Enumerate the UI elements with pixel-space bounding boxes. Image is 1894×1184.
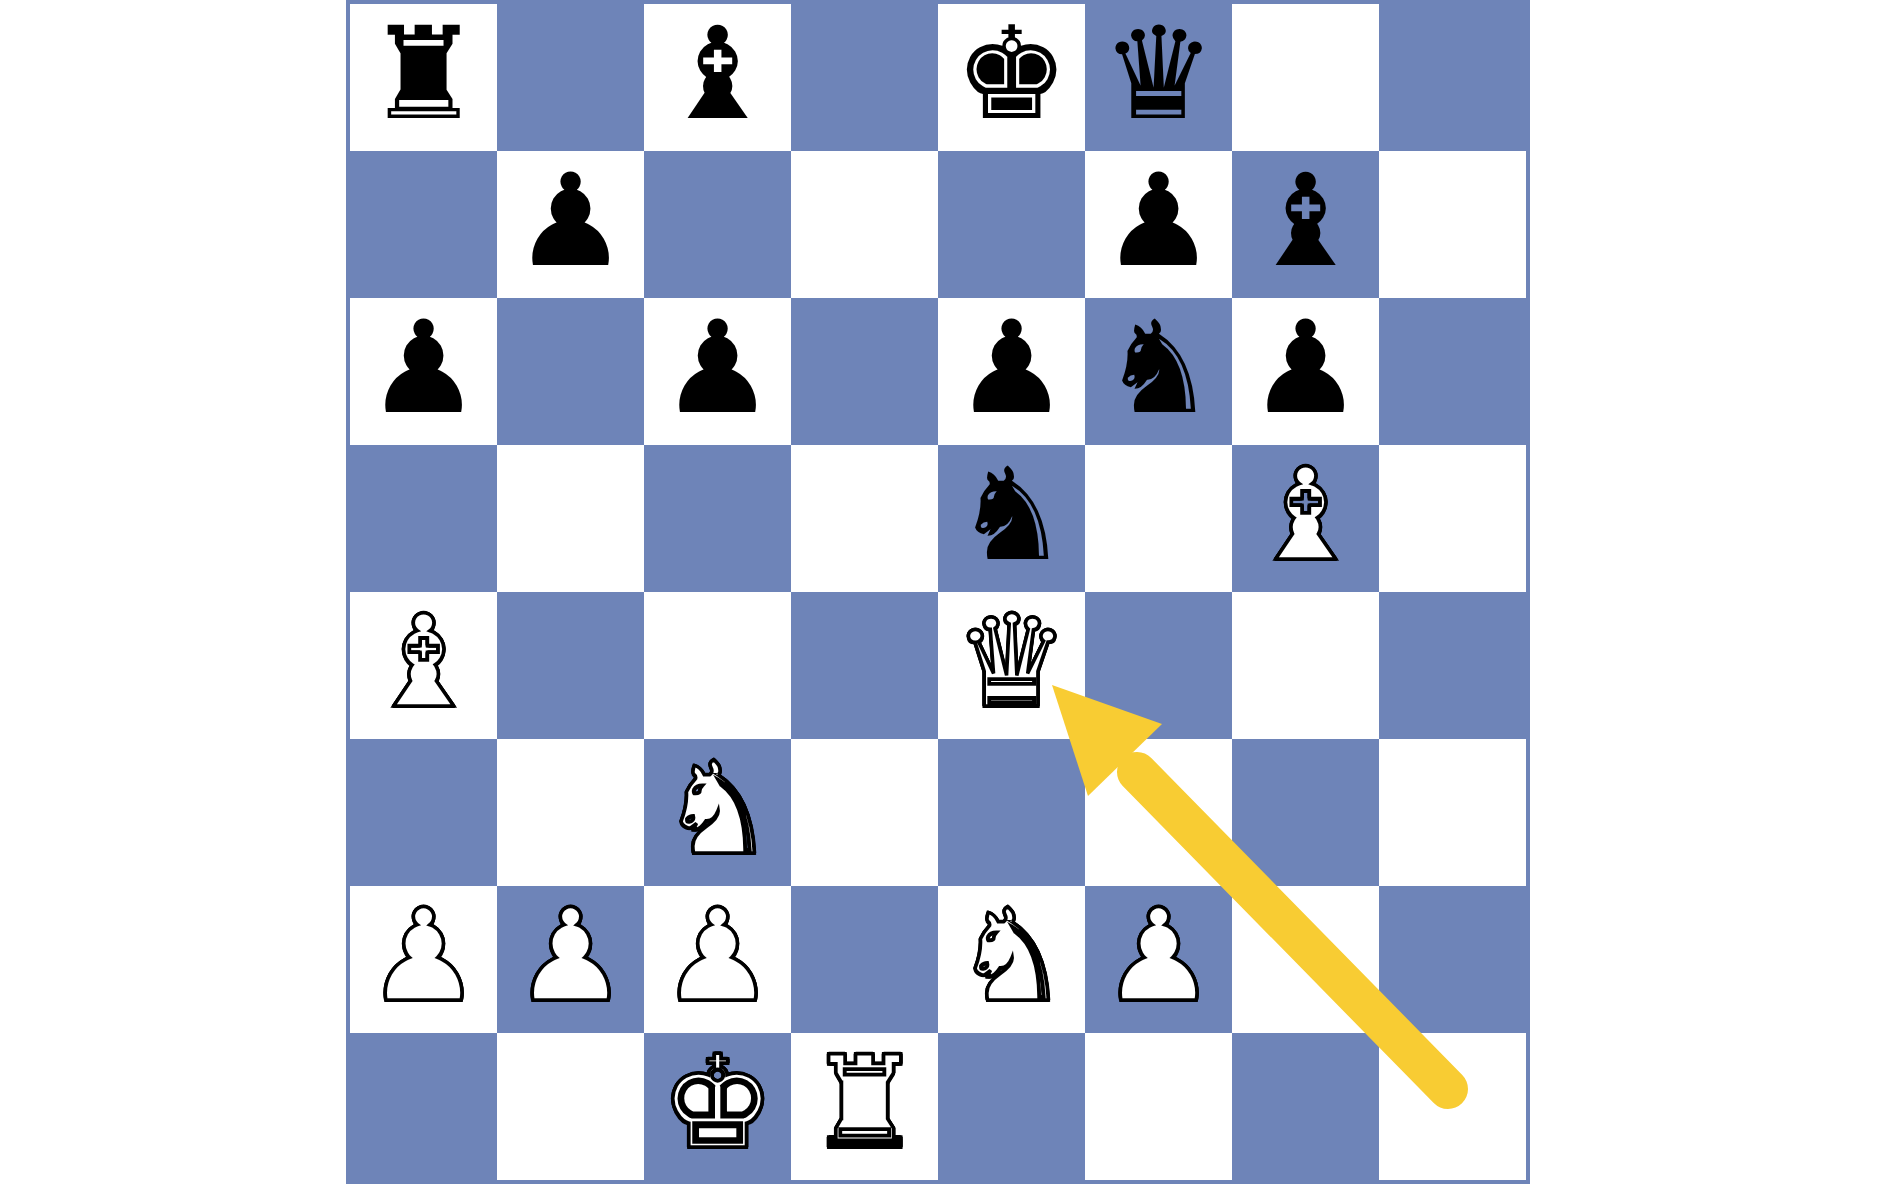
piece-black-pawn-c6[interactable]: ♟ <box>660 304 775 432</box>
square-e7[interactable] <box>938 151 1085 298</box>
square-h4[interactable] <box>1379 592 1526 739</box>
square-e2[interactable]: ♞ <box>938 886 1085 1033</box>
square-g7[interactable]: ♝ <box>1232 151 1379 298</box>
square-c2[interactable]: ♟ <box>644 886 791 1033</box>
piece-black-bishop-c8[interactable]: ♝ <box>660 10 775 138</box>
piece-white-pawn-b2[interactable]: ♟ <box>513 892 628 1020</box>
piece-black-pawn-b7[interactable]: ♟ <box>513 157 628 285</box>
piece-black-queen-f8[interactable]: ♛ <box>1101 10 1216 138</box>
square-d5[interactable] <box>791 445 938 592</box>
square-h5[interactable] <box>1379 445 1526 592</box>
square-a8[interactable]: ♜ <box>350 4 497 151</box>
square-f6[interactable]: ♞ <box>1085 298 1232 445</box>
piece-black-pawn-a6[interactable]: ♟ <box>366 304 481 432</box>
square-c1[interactable]: ♚ <box>644 1033 791 1180</box>
square-d8[interactable] <box>791 4 938 151</box>
square-g4[interactable] <box>1232 592 1379 739</box>
piece-white-pawn-c2[interactable]: ♟ <box>660 892 775 1020</box>
square-b7[interactable]: ♟ <box>497 151 644 298</box>
square-a3[interactable] <box>350 739 497 886</box>
piece-white-pawn-a2[interactable]: ♟ <box>366 892 481 1020</box>
piece-white-knight-e2[interactable]: ♞ <box>954 892 1069 1020</box>
square-b2[interactable]: ♟ <box>497 886 644 1033</box>
square-f2[interactable]: ♟ <box>1085 886 1232 1033</box>
square-b6[interactable] <box>497 298 644 445</box>
square-b3[interactable] <box>497 739 644 886</box>
square-b8[interactable] <box>497 4 644 151</box>
piece-black-pawn-e6[interactable]: ♟ <box>954 304 1069 432</box>
square-g3[interactable] <box>1232 739 1379 886</box>
piece-black-king-e8[interactable]: ♚ <box>954 10 1069 138</box>
square-c5[interactable] <box>644 445 791 592</box>
square-b1[interactable] <box>497 1033 644 1180</box>
piece-black-knight-e5[interactable]: ♞ <box>954 451 1069 579</box>
piece-white-pawn-f2[interactable]: ♟ <box>1101 892 1216 1020</box>
square-b5[interactable] <box>497 445 644 592</box>
square-c7[interactable] <box>644 151 791 298</box>
piece-white-rook-d1[interactable]: ♜ <box>807 1039 922 1167</box>
square-e5[interactable]: ♞ <box>938 445 1085 592</box>
piece-white-queen-e4[interactable]: ♛ <box>954 598 1069 726</box>
square-f3[interactable] <box>1085 739 1232 886</box>
square-g1[interactable] <box>1232 1033 1379 1180</box>
square-d1[interactable]: ♜ <box>791 1033 938 1180</box>
piece-white-knight-c3[interactable]: ♞ <box>660 745 775 873</box>
piece-white-bishop-g5[interactable]: ♝ <box>1248 451 1363 579</box>
square-g6[interactable]: ♟ <box>1232 298 1379 445</box>
square-f8[interactable]: ♛ <box>1085 4 1232 151</box>
square-e6[interactable]: ♟ <box>938 298 1085 445</box>
square-c6[interactable]: ♟ <box>644 298 791 445</box>
square-d2[interactable] <box>791 886 938 1033</box>
piece-black-pawn-g6[interactable]: ♟ <box>1248 304 1363 432</box>
square-f1[interactable] <box>1085 1033 1232 1180</box>
piece-black-pawn-f7[interactable]: ♟ <box>1101 157 1216 285</box>
square-c8[interactable]: ♝ <box>644 4 791 151</box>
square-e4[interactable]: ♛ <box>938 592 1085 739</box>
square-b4[interactable] <box>497 592 644 739</box>
square-c3[interactable]: ♞ <box>644 739 791 886</box>
chess-board: ♜♝♚♛♟♟♝♟♟♟♞♟♞♝♝♛♞♟♟♟♞♟♚♜ <box>346 0 1530 1184</box>
square-a7[interactable] <box>350 151 497 298</box>
square-a5[interactable] <box>350 445 497 592</box>
square-f4[interactable] <box>1085 592 1232 739</box>
square-d3[interactable] <box>791 739 938 886</box>
square-e1[interactable] <box>938 1033 1085 1180</box>
square-g2[interactable] <box>1232 886 1379 1033</box>
piece-black-rook-a8[interactable]: ♜ <box>366 10 481 138</box>
square-d4[interactable] <box>791 592 938 739</box>
square-f7[interactable]: ♟ <box>1085 151 1232 298</box>
square-a6[interactable]: ♟ <box>350 298 497 445</box>
square-e3[interactable] <box>938 739 1085 886</box>
square-h3[interactable] <box>1379 739 1526 886</box>
piece-white-king-c1[interactable]: ♚ <box>660 1039 775 1167</box>
square-h8[interactable] <box>1379 4 1526 151</box>
square-g5[interactable]: ♝ <box>1232 445 1379 592</box>
square-d7[interactable] <box>791 151 938 298</box>
square-h6[interactable] <box>1379 298 1526 445</box>
square-e8[interactable]: ♚ <box>938 4 1085 151</box>
square-f5[interactable] <box>1085 445 1232 592</box>
square-c4[interactable] <box>644 592 791 739</box>
square-h2[interactable] <box>1379 886 1526 1033</box>
square-h7[interactable] <box>1379 151 1526 298</box>
square-a4[interactable]: ♝ <box>350 592 497 739</box>
piece-white-bishop-a4[interactable]: ♝ <box>366 598 481 726</box>
square-a1[interactable] <box>350 1033 497 1180</box>
square-h1[interactable] <box>1379 1033 1526 1180</box>
piece-black-knight-f6[interactable]: ♞ <box>1101 304 1216 432</box>
square-d6[interactable] <box>791 298 938 445</box>
piece-black-bishop-g7[interactable]: ♝ <box>1248 157 1363 285</box>
square-g8[interactable] <box>1232 4 1379 151</box>
square-a2[interactable]: ♟ <box>350 886 497 1033</box>
